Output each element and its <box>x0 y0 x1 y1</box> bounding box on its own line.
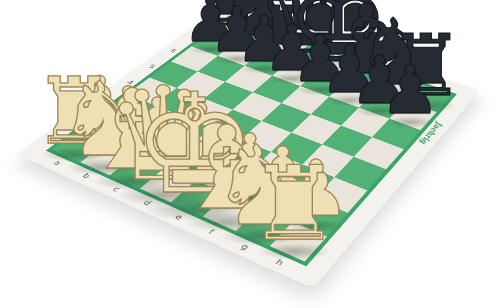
white-rook-h1[interactable]: ♜ <box>248 152 340 254</box>
chess-set-photo: abcdefgh12345678 Jaehrig ♜♞♝♛♚♝♞♜♟♟♟♟♟♟♟… <box>0 0 500 308</box>
black-pawn-h7[interactable]: ♟ <box>380 57 440 124</box>
